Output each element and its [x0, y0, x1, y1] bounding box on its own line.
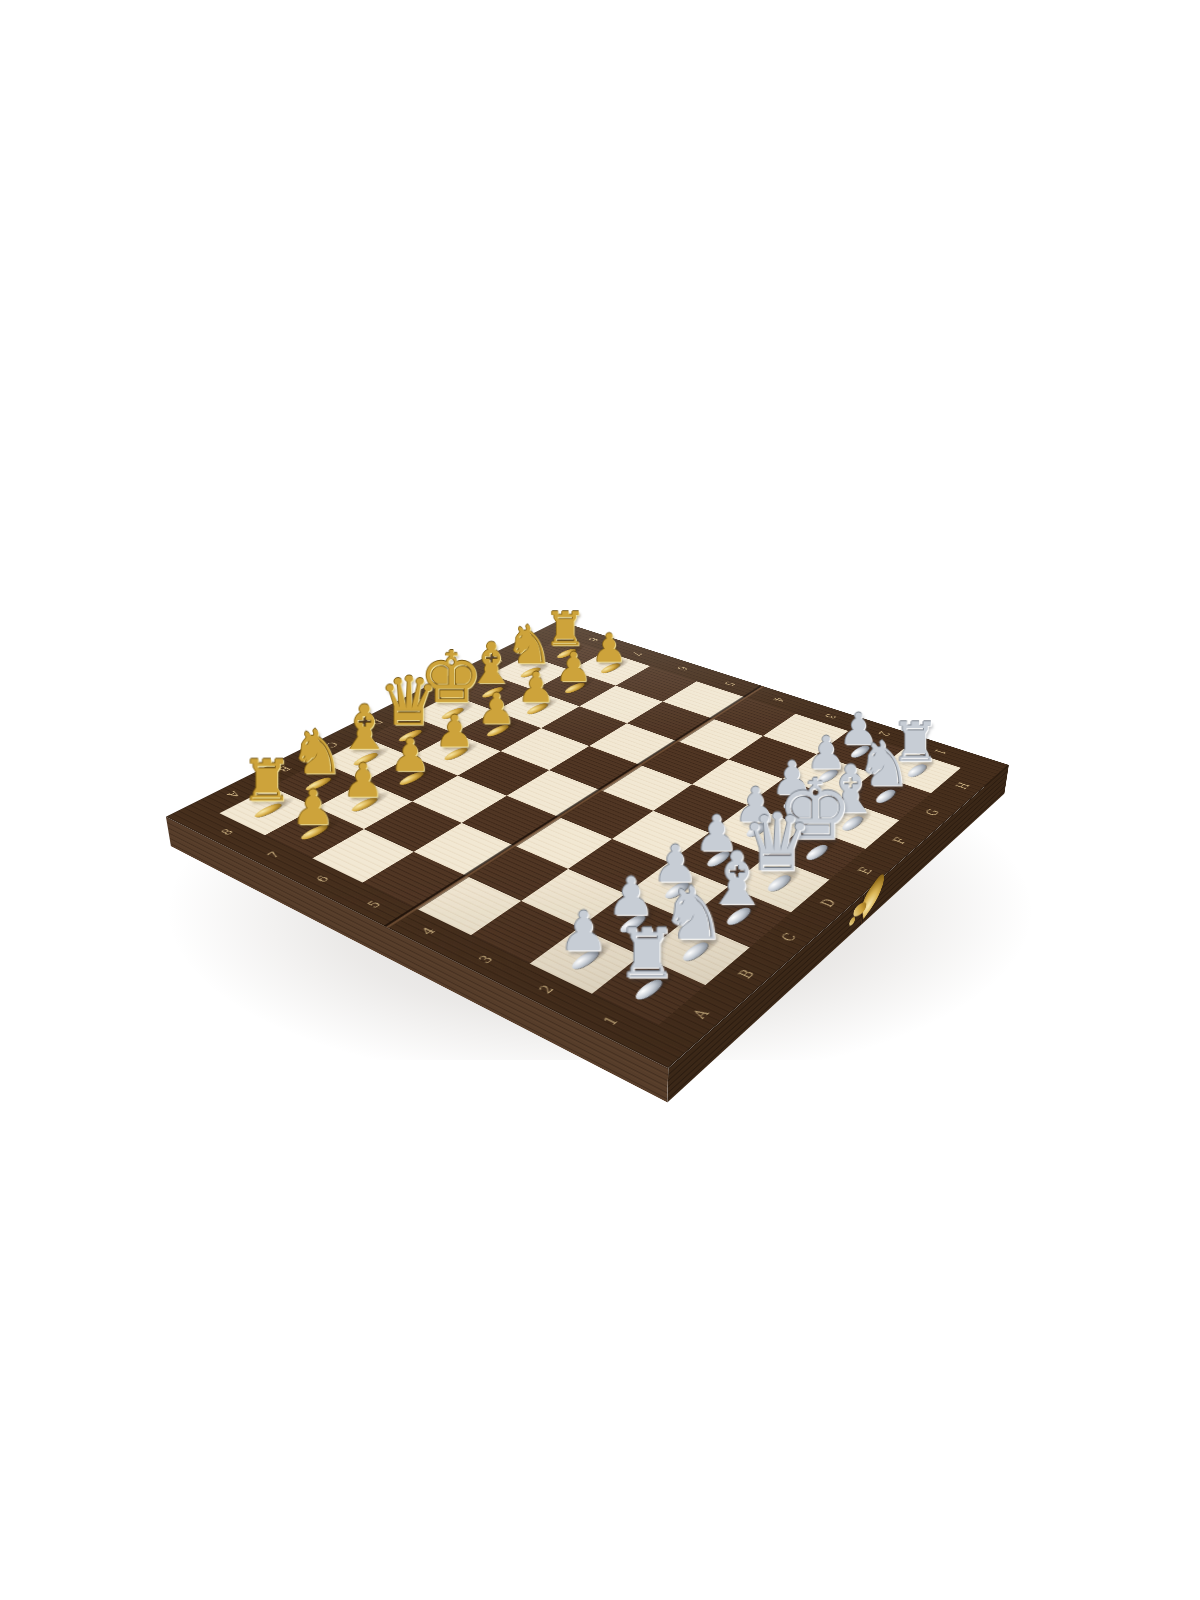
scene: ABCDEFGH ABCDEFGH 87654321 87654321 ♜♞♟♝…	[0, 0, 1200, 1580]
pieces-layer: ♜♞♟♝♟♚♟♛♟♝♟♞♟♟♜♟♟♜♟♟♞♟♝♟♚♟♛♟♝♟♞♜	[219, 637, 961, 1025]
chess-board: ABCDEFGH ABCDEFGH 87654321 87654321 ♜♞♟♝…	[166, 621, 1009, 1069]
clasp-head	[849, 915, 855, 927]
rook-glyph: ♜	[586, 920, 709, 989]
pawn-glyph: ♟	[261, 783, 366, 831]
